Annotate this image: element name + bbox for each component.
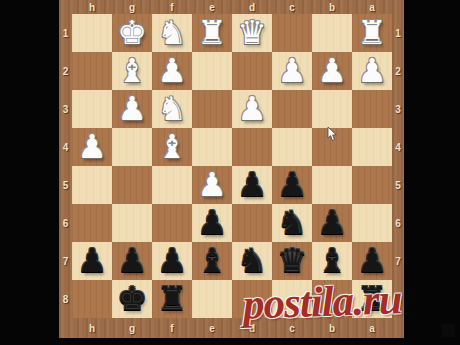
square-h3: [72, 90, 112, 128]
square-b7: ♝: [312, 242, 352, 280]
black-queen-c7: ♛: [272, 242, 312, 280]
square-a1: ♜: [352, 14, 392, 52]
white-bishop-f4: ♝: [152, 128, 192, 166]
square-f4: ♝: [152, 128, 192, 166]
square-g3: ♟: [112, 90, 152, 128]
white-pawn-a2: ♟: [352, 52, 392, 90]
rank-labels-right: 12345678: [392, 14, 404, 318]
square-d7: ♞: [232, 242, 272, 280]
file-label-f: f: [152, 318, 192, 338]
rank-label-1: 1: [59, 14, 72, 52]
square-h2: [72, 52, 112, 90]
square-g8: ♚: [112, 280, 152, 318]
square-f6: [152, 204, 192, 242]
file-label-c: c: [272, 0, 312, 14]
square-d5: ♟: [232, 166, 272, 204]
file-label-f: f: [152, 0, 192, 14]
rank-label-5: 5: [392, 166, 404, 204]
video-frame: hgfedcba 12345678 ♚♞♜♛♜♝♟♟♟♟♟♞♟♟♝♟♟♟♟♞♟♟…: [0, 0, 460, 345]
square-g5: [112, 166, 152, 204]
white-pawn-d3: ♟: [232, 90, 272, 128]
square-f5: [152, 166, 192, 204]
watermark: postila.ru: [242, 274, 402, 329]
file-label-d: d: [232, 0, 272, 14]
square-b6: ♟: [312, 204, 352, 242]
file-labels-top: hgfedcba: [72, 0, 392, 14]
rank-label-4: 4: [392, 128, 404, 166]
square-c4: [272, 128, 312, 166]
white-rook-e1: ♜: [192, 14, 232, 52]
rank-label-6: 6: [392, 204, 404, 242]
side-to-move-indicator: [442, 324, 455, 337]
white-queen-d1: ♛: [232, 14, 272, 52]
rank-label-2: 2: [59, 52, 72, 90]
square-g2: ♝: [112, 52, 152, 90]
square-b3: [312, 90, 352, 128]
rank-label-1: 1: [392, 14, 404, 52]
rank-label-8: 8: [59, 280, 72, 318]
white-knight-f1: ♞: [152, 14, 192, 52]
black-rook-f8: ♜: [152, 280, 192, 318]
square-d3: ♟: [232, 90, 272, 128]
square-c3: [272, 90, 312, 128]
file-label-g: g: [112, 0, 152, 14]
file-label-e: e: [192, 0, 232, 14]
black-pawn-b6: ♟: [312, 204, 352, 242]
square-a3: [352, 90, 392, 128]
square-g6: [112, 204, 152, 242]
white-pawn-b2: ♟: [312, 52, 352, 90]
square-c6: ♞: [272, 204, 312, 242]
file-label-g: g: [112, 318, 152, 338]
square-f7: ♟: [152, 242, 192, 280]
file-label-h: h: [72, 318, 112, 338]
square-g1: ♚: [112, 14, 152, 52]
square-f1: ♞: [152, 14, 192, 52]
white-king-g1: ♚: [112, 14, 152, 52]
file-label-a: a: [352, 0, 392, 14]
square-a6: [352, 204, 392, 242]
square-e7: ♝: [192, 242, 232, 280]
square-e3: [192, 90, 232, 128]
rank-labels-left: 12345678: [59, 14, 72, 318]
file-label-b: b: [312, 0, 352, 14]
square-f2: ♟: [152, 52, 192, 90]
square-h6: [72, 204, 112, 242]
square-e4: [192, 128, 232, 166]
square-a2: ♟: [352, 52, 392, 90]
white-pawn-g3: ♟: [112, 90, 152, 128]
square-e1: ♜: [192, 14, 232, 52]
square-h7: ♟: [72, 242, 112, 280]
black-knight-d7: ♞: [232, 242, 272, 280]
rank-label-3: 3: [392, 90, 404, 128]
square-g4: [112, 128, 152, 166]
square-d2: [232, 52, 272, 90]
white-knight-f3: ♞: [152, 90, 192, 128]
square-g7: ♟: [112, 242, 152, 280]
white-bishop-g2: ♝: [112, 52, 152, 90]
black-pawn-e6: ♟: [192, 204, 232, 242]
black-pawn-d5: ♟: [232, 166, 272, 204]
square-h1: [72, 14, 112, 52]
square-b1: [312, 14, 352, 52]
square-b2: ♟: [312, 52, 352, 90]
square-a5: [352, 166, 392, 204]
rank-label-7: 7: [59, 242, 72, 280]
board-squares: ♚♞♜♛♜♝♟♟♟♟♟♞♟♟♝♟♟♟♟♞♟♟♟♟♝♞♛♝♟♚♜♜: [72, 14, 392, 318]
square-d1: ♛: [232, 14, 272, 52]
black-knight-c6: ♞: [272, 204, 312, 242]
black-pawn-c5: ♟: [272, 166, 312, 204]
rank-label-5: 5: [59, 166, 72, 204]
square-a4: [352, 128, 392, 166]
square-e6: ♟: [192, 204, 232, 242]
square-h8: [72, 280, 112, 318]
mouse-cursor: [327, 127, 338, 142]
black-pawn-h7: ♟: [72, 242, 112, 280]
square-e2: [192, 52, 232, 90]
square-c1: [272, 14, 312, 52]
square-d6: [232, 204, 272, 242]
square-b5: [312, 166, 352, 204]
rank-label-2: 2: [392, 52, 404, 90]
white-pawn-h4: ♟: [72, 128, 112, 166]
square-c2: ♟: [272, 52, 312, 90]
square-e8: [192, 280, 232, 318]
square-c5: ♟: [272, 166, 312, 204]
square-f8: ♜: [152, 280, 192, 318]
square-f3: ♞: [152, 90, 192, 128]
white-rook-a1: ♜: [352, 14, 392, 52]
white-pawn-c2: ♟: [272, 52, 312, 90]
file-label-h: h: [72, 0, 112, 14]
square-c7: ♛: [272, 242, 312, 280]
black-king-g8: ♚: [112, 280, 152, 318]
black-pawn-f7: ♟: [152, 242, 192, 280]
black-pawn-g7: ♟: [112, 242, 152, 280]
rank-label-6: 6: [59, 204, 72, 242]
rank-label-3: 3: [59, 90, 72, 128]
black-bishop-b7: ♝: [312, 242, 352, 280]
white-pawn-f2: ♟: [152, 52, 192, 90]
square-e5: ♟: [192, 166, 232, 204]
square-d4: [232, 128, 272, 166]
black-bishop-e7: ♝: [192, 242, 232, 280]
file-label-e: e: [192, 318, 232, 338]
square-h4: ♟: [72, 128, 112, 166]
square-h5: [72, 166, 112, 204]
rank-label-4: 4: [59, 128, 72, 166]
white-pawn-e5: ♟: [192, 166, 232, 204]
